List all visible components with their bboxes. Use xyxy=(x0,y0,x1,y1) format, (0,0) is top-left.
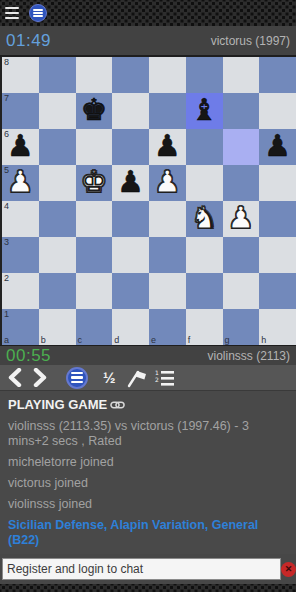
square-e2[interactable] xyxy=(149,273,186,309)
file-label-c: c xyxy=(78,336,83,345)
square-e4[interactable] xyxy=(149,201,186,237)
square-c7[interactable]: ♚ xyxy=(76,93,113,129)
file-label-a: a xyxy=(4,336,9,345)
rank-label-3: 3 xyxy=(4,238,9,247)
chess-board[interactable]: 87♚♝6♟♟♟5♟♚♟♟4♞♟321abcdefgh xyxy=(0,57,296,345)
black-pawn: ♟ xyxy=(7,131,34,161)
square-h3[interactable] xyxy=(259,237,296,273)
resign-button[interactable] xyxy=(125,368,148,388)
opponent-clock: 01:49 xyxy=(6,31,51,51)
file-label-h: h xyxy=(261,336,266,345)
square-e7[interactable] xyxy=(149,93,186,129)
square-b8[interactable] xyxy=(39,57,76,93)
player-name: violinsss (2113) xyxy=(208,349,290,363)
black-pawn: ♟ xyxy=(264,131,291,161)
square-d1[interactable]: d xyxy=(112,309,149,345)
square-g4[interactable]: ♟ xyxy=(223,201,260,237)
square-d8[interactable] xyxy=(112,57,149,93)
player-clock: 00:55 xyxy=(6,346,51,366)
square-g8[interactable] xyxy=(223,57,260,93)
move-list-button[interactable]: 1 2 xyxy=(154,369,175,387)
game-link-icon[interactable] xyxy=(110,399,125,411)
black-bishop: ♝ xyxy=(191,95,218,125)
resign-flag-icon xyxy=(125,368,148,388)
chat-bar: ✕ xyxy=(0,554,296,584)
square-b4[interactable] xyxy=(39,201,76,237)
black-pawn: ♟ xyxy=(154,131,181,161)
square-h4[interactable] xyxy=(259,201,296,237)
chat-input[interactable] xyxy=(2,558,281,580)
square-b7[interactable] xyxy=(39,93,76,129)
menu-icon[interactable] xyxy=(5,7,19,19)
black-king: ♚ xyxy=(80,95,107,125)
square-f8[interactable] xyxy=(186,57,223,93)
square-g6[interactable] xyxy=(223,129,260,165)
black-pawn: ♟ xyxy=(117,167,144,197)
join-message: victorus joined xyxy=(8,476,288,491)
svg-text:2: 2 xyxy=(155,376,159,383)
board-menu-button[interactable] xyxy=(66,367,88,389)
game-description: violinsss (2113.35) vs victorus (1997.46… xyxy=(8,419,288,449)
square-b2[interactable] xyxy=(39,273,76,309)
bottom-player-bar: 00:55 violinsss (2113) xyxy=(0,345,296,365)
file-label-b: b xyxy=(41,336,46,345)
rank-label-2: 2 xyxy=(4,274,9,283)
rank-label-8: 8 xyxy=(4,58,9,67)
square-b1[interactable]: b xyxy=(39,309,76,345)
square-c3[interactable] xyxy=(76,237,113,273)
file-label-e: e xyxy=(151,336,156,345)
white-pawn: ♟ xyxy=(7,167,34,197)
square-c4[interactable] xyxy=(76,201,113,237)
square-f6[interactable] xyxy=(186,129,223,165)
join-message: micheletorre joined xyxy=(8,455,288,470)
white-knight: ♞ xyxy=(191,203,218,233)
square-d7[interactable] xyxy=(112,93,149,129)
square-a5[interactable]: 5♟ xyxy=(2,165,39,201)
square-a4[interactable]: 4 xyxy=(2,201,39,237)
square-a8[interactable]: 8 xyxy=(2,57,39,93)
half-point-icon: ½ xyxy=(103,369,116,386)
square-e3[interactable] xyxy=(149,237,186,273)
rank-label-1: 1 xyxy=(4,310,9,319)
file-label-d: d xyxy=(114,336,119,345)
square-e1[interactable]: e xyxy=(149,309,186,345)
join-message: violinsss joined xyxy=(8,497,288,512)
forward-button[interactable] xyxy=(32,368,48,387)
opening-name-link[interactable]: Sicilian Defense, Alapin Variation, Gene… xyxy=(8,518,288,548)
chevron-right-icon xyxy=(32,368,48,387)
white-pawn: ♟ xyxy=(227,203,254,233)
square-a3[interactable]: 3 xyxy=(2,237,39,273)
square-h5[interactable] xyxy=(259,165,296,201)
square-e8[interactable] xyxy=(149,57,186,93)
square-d4[interactable] xyxy=(112,201,149,237)
square-g3[interactable] xyxy=(223,237,260,273)
square-a6[interactable]: 6♟ xyxy=(2,129,39,165)
menu-lines-icon xyxy=(71,372,83,374)
square-e6[interactable]: ♟ xyxy=(149,129,186,165)
bottom-status-bar xyxy=(0,584,296,592)
playing-game-heading: PLAYING GAME xyxy=(8,397,288,412)
top-status-bar xyxy=(0,0,296,26)
game-nav-bar: ½ 1 2 xyxy=(0,365,296,391)
square-b6[interactable] xyxy=(39,129,76,165)
square-b5[interactable] xyxy=(39,165,76,201)
square-d6[interactable] xyxy=(112,129,149,165)
square-a1[interactable]: 1a xyxy=(2,309,39,345)
game-info-panel: PLAYING GAME violinsss (2113.35) vs vict… xyxy=(0,391,296,554)
square-f3[interactable] xyxy=(186,237,223,273)
square-b3[interactable] xyxy=(39,237,76,273)
chevron-left-icon xyxy=(7,368,23,387)
menu-circle-icon[interactable] xyxy=(29,4,47,22)
square-g5[interactable] xyxy=(223,165,260,201)
square-f2[interactable] xyxy=(186,273,223,309)
rank-label-4: 4 xyxy=(4,202,9,211)
square-h1[interactable]: h xyxy=(259,309,296,345)
rank-label-7: 7 xyxy=(4,94,9,103)
square-d2[interactable] xyxy=(112,273,149,309)
square-f1[interactable]: f xyxy=(186,309,223,345)
file-label-f: f xyxy=(188,336,191,345)
top-player-bar: 01:49 victorus (1997) xyxy=(0,26,296,57)
square-c6[interactable] xyxy=(76,129,113,165)
file-label-g: g xyxy=(225,336,230,345)
square-d3[interactable] xyxy=(112,237,149,273)
square-f5[interactable] xyxy=(186,165,223,201)
chat-disabled-icon[interactable]: ✕ xyxy=(281,562,296,577)
square-c5[interactable]: ♚ xyxy=(76,165,113,201)
square-h8[interactable] xyxy=(259,57,296,93)
square-a7[interactable]: 7 xyxy=(2,93,39,129)
square-c1[interactable]: c xyxy=(76,309,113,345)
offer-draw-button[interactable]: ½ xyxy=(103,369,116,386)
square-c2[interactable] xyxy=(76,273,113,309)
square-g2[interactable] xyxy=(223,273,260,309)
square-a2[interactable]: 2 xyxy=(2,273,39,309)
square-h2[interactable] xyxy=(259,273,296,309)
square-g1[interactable]: g xyxy=(223,309,260,345)
svg-text:1: 1 xyxy=(155,369,159,376)
heading-text: PLAYING GAME xyxy=(8,397,107,412)
square-h6[interactable]: ♟ xyxy=(259,129,296,165)
square-d5[interactable]: ♟ xyxy=(112,165,149,201)
square-c8[interactable] xyxy=(76,57,113,93)
square-f7[interactable]: ♝ xyxy=(186,93,223,129)
square-e5[interactable]: ♟ xyxy=(149,165,186,201)
move-list-icon: 1 2 xyxy=(154,369,175,387)
square-f4[interactable]: ♞ xyxy=(186,201,223,237)
back-button[interactable] xyxy=(7,368,23,387)
white-king: ♚ xyxy=(80,167,107,197)
square-h7[interactable] xyxy=(259,93,296,129)
opponent-name: victorus (1997) xyxy=(211,34,290,48)
white-pawn: ♟ xyxy=(154,167,181,197)
square-g7[interactable] xyxy=(223,93,260,129)
